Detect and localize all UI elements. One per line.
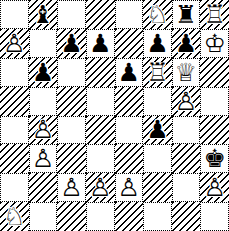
piece-glyph: ♙ bbox=[172, 87, 201, 116]
piece-glyph: ♙ bbox=[86, 173, 115, 202]
square-b1[interactable] bbox=[29, 202, 58, 231]
square-a5[interactable] bbox=[0, 87, 29, 116]
piece-white-pawn: ♟♙ bbox=[115, 173, 144, 202]
square-b7[interactable] bbox=[29, 29, 58, 58]
square-e1[interactable] bbox=[115, 202, 144, 231]
square-f6[interactable]: ♜♖ bbox=[143, 58, 172, 87]
piece-black-pawn: ♟♟ bbox=[115, 58, 144, 87]
square-f1[interactable] bbox=[143, 202, 172, 231]
square-d7[interactable]: ♟♟ bbox=[86, 29, 115, 58]
piece-glyph: ♟ bbox=[57, 29, 86, 58]
square-a1[interactable]: ♞♘ bbox=[0, 202, 29, 231]
square-a4[interactable] bbox=[0, 116, 29, 145]
piece-glyph: ♚ bbox=[200, 144, 229, 173]
square-f3[interactable] bbox=[143, 144, 172, 173]
square-b5[interactable] bbox=[29, 87, 58, 116]
piece-glyph: ♟ bbox=[29, 58, 58, 87]
square-d1[interactable] bbox=[86, 202, 115, 231]
square-e3[interactable] bbox=[115, 144, 144, 173]
square-g1[interactable] bbox=[172, 202, 201, 231]
square-c8[interactable] bbox=[57, 0, 86, 29]
square-e6[interactable]: ♟♟ bbox=[115, 58, 144, 87]
piece-glyph: ♘ bbox=[0, 202, 29, 231]
piece-glyph: ♔ bbox=[200, 29, 229, 58]
square-h3[interactable]: ♚♚ bbox=[200, 144, 229, 173]
square-c1[interactable] bbox=[57, 202, 86, 231]
piece-white-knight: ♞♘ bbox=[0, 202, 29, 231]
piece-glyph: ♜ bbox=[172, 0, 201, 29]
piece-glyph: ♟ bbox=[172, 29, 201, 58]
square-f8[interactable]: ♞♘ bbox=[143, 0, 172, 29]
square-f4[interactable]: ♟♟ bbox=[143, 116, 172, 145]
piece-glyph: ♙ bbox=[29, 144, 58, 173]
square-b3[interactable]: ♟♙ bbox=[29, 144, 58, 173]
piece-glyph: ♙ bbox=[115, 173, 144, 202]
piece-white-rook: ♜♖ bbox=[143, 58, 172, 87]
piece-glyph: ♙ bbox=[57, 173, 86, 202]
piece-glyph: ♟ bbox=[115, 58, 144, 87]
square-a2[interactable] bbox=[0, 173, 29, 202]
square-d2[interactable]: ♟♙ bbox=[86, 173, 115, 202]
piece-black-pawn: ♟♟ bbox=[57, 29, 86, 58]
piece-white-pawn: ♟♙ bbox=[86, 173, 115, 202]
piece-black-king: ♚♚ bbox=[200, 144, 229, 173]
piece-white-pawn: ♟♙ bbox=[172, 87, 201, 116]
piece-white-pawn: ♟♙ bbox=[29, 144, 58, 173]
piece-glyph: ♕ bbox=[172, 58, 201, 87]
square-g6[interactable]: ♛♕ bbox=[172, 58, 201, 87]
piece-glyph: ♙ bbox=[0, 29, 29, 58]
square-g8[interactable]: ♜♜ bbox=[172, 0, 201, 29]
piece-white-pawn: ♟♙ bbox=[29, 116, 58, 145]
square-h1[interactable] bbox=[200, 202, 229, 231]
square-e7[interactable] bbox=[115, 29, 144, 58]
square-c5[interactable] bbox=[57, 87, 86, 116]
square-c3[interactable] bbox=[57, 144, 86, 173]
piece-glyph: ♟ bbox=[86, 29, 115, 58]
square-f2[interactable] bbox=[143, 173, 172, 202]
square-b4[interactable]: ♟♙ bbox=[29, 116, 58, 145]
chess-board: ♝♝♞♘♜♜♜♖♟♙♟♟♟♟♟♟♟♟♚♔♟♟♟♟♜♖♛♕♟♙♟♙♟♟♟♙♚♚♟♙… bbox=[0, 0, 229, 231]
square-b8[interactable]: ♝♝ bbox=[29, 0, 58, 29]
piece-black-pawn: ♟♟ bbox=[29, 58, 58, 87]
square-h7[interactable]: ♚♔ bbox=[200, 29, 229, 58]
piece-glyph: ♟ bbox=[143, 116, 172, 145]
square-c2[interactable]: ♟♙ bbox=[57, 173, 86, 202]
square-g5[interactable]: ♟♙ bbox=[172, 87, 201, 116]
square-g7[interactable]: ♟♟ bbox=[172, 29, 201, 58]
piece-glyph: ♟ bbox=[143, 29, 172, 58]
square-h5[interactable] bbox=[200, 87, 229, 116]
square-e8[interactable] bbox=[115, 0, 144, 29]
square-b2[interactable] bbox=[29, 173, 58, 202]
square-g3[interactable] bbox=[172, 144, 201, 173]
square-d3[interactable] bbox=[86, 144, 115, 173]
square-b6[interactable]: ♟♟ bbox=[29, 58, 58, 87]
square-g4[interactable] bbox=[172, 116, 201, 145]
piece-white-knight: ♞♘ bbox=[143, 0, 172, 29]
piece-glyph: ♖ bbox=[200, 0, 229, 29]
piece-black-rook: ♜♜ bbox=[172, 0, 201, 29]
square-c4[interactable] bbox=[57, 116, 86, 145]
piece-black-pawn: ♟♟ bbox=[86, 29, 115, 58]
piece-glyph: ♙ bbox=[200, 173, 229, 202]
square-h4[interactable] bbox=[200, 116, 229, 145]
square-d6[interactable] bbox=[86, 58, 115, 87]
square-f5[interactable] bbox=[143, 87, 172, 116]
piece-glyph: ♙ bbox=[29, 116, 58, 145]
piece-white-queen: ♛♕ bbox=[172, 58, 201, 87]
square-a8[interactable] bbox=[0, 0, 29, 29]
square-e5[interactable] bbox=[115, 87, 144, 116]
square-a6[interactable] bbox=[0, 58, 29, 87]
square-c6[interactable] bbox=[57, 58, 86, 87]
piece-black-bishop: ♝♝ bbox=[29, 0, 58, 29]
square-e4[interactable] bbox=[115, 116, 144, 145]
square-g2[interactable] bbox=[172, 173, 201, 202]
square-a7[interactable]: ♟♙ bbox=[0, 29, 29, 58]
square-a3[interactable] bbox=[0, 144, 29, 173]
square-h6[interactable] bbox=[200, 58, 229, 87]
square-d4[interactable] bbox=[86, 116, 115, 145]
square-e2[interactable]: ♟♙ bbox=[115, 173, 144, 202]
piece-white-pawn: ♟♙ bbox=[57, 173, 86, 202]
square-d8[interactable] bbox=[86, 0, 115, 29]
piece-white-king: ♚♔ bbox=[200, 29, 229, 58]
piece-black-pawn: ♟♟ bbox=[172, 29, 201, 58]
square-c7[interactable]: ♟♟ bbox=[57, 29, 86, 58]
square-f7[interactable]: ♟♟ bbox=[143, 29, 172, 58]
piece-black-pawn: ♟♟ bbox=[143, 29, 172, 58]
piece-glyph: ♖ bbox=[143, 58, 172, 87]
piece-black-pawn: ♟♟ bbox=[143, 116, 172, 145]
square-d5[interactable] bbox=[86, 87, 115, 116]
square-h2[interactable]: ♟♙ bbox=[200, 173, 229, 202]
piece-glyph: ♘ bbox=[143, 0, 172, 29]
square-h8[interactable]: ♜♖ bbox=[200, 0, 229, 29]
piece-white-pawn: ♟♙ bbox=[0, 29, 29, 58]
piece-white-rook: ♜♖ bbox=[200, 0, 229, 29]
piece-glyph: ♝ bbox=[29, 0, 58, 29]
piece-white-pawn: ♟♙ bbox=[200, 173, 229, 202]
